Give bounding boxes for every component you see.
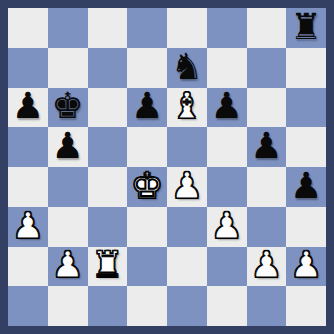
square-d1[interactable] <box>127 286 167 326</box>
piece-white-pawn[interactable]: ♟ <box>210 208 242 244</box>
piece-white-pawn[interactable]: ♟ <box>51 247 83 283</box>
square-g5[interactable]: ♟ <box>247 127 287 167</box>
square-f3[interactable]: ♟ <box>207 207 247 247</box>
square-f7[interactable] <box>207 48 247 88</box>
square-e4[interactable]: ♟ <box>167 167 207 207</box>
square-c8[interactable] <box>88 8 128 48</box>
square-a8[interactable] <box>8 8 48 48</box>
square-b7[interactable] <box>48 48 88 88</box>
piece-white-pawn[interactable]: ♟ <box>12 208 44 244</box>
square-b5[interactable]: ♟ <box>48 127 88 167</box>
square-a3[interactable]: ♟ <box>8 207 48 247</box>
square-f8[interactable] <box>207 8 247 48</box>
square-a7[interactable] <box>8 48 48 88</box>
square-e6[interactable]: ♝ <box>167 88 207 128</box>
square-d7[interactable] <box>127 48 167 88</box>
piece-black-king[interactable]: ♚ <box>51 88 83 124</box>
piece-black-knight[interactable]: ♞ <box>171 49 203 85</box>
chessboard-frame: ♜♞♟♚♟♝♟♟♟♚♟♟♟♟♟♜♟♟ <box>0 0 334 334</box>
piece-black-rook[interactable]: ♜ <box>290 9 322 45</box>
square-g4[interactable] <box>247 167 287 207</box>
square-h4[interactable]: ♟ <box>286 167 326 207</box>
square-b2[interactable]: ♟ <box>48 247 88 287</box>
square-h2[interactable]: ♟ <box>286 247 326 287</box>
square-f1[interactable] <box>207 286 247 326</box>
square-g3[interactable] <box>247 207 287 247</box>
square-g6[interactable] <box>247 88 287 128</box>
square-e2[interactable] <box>167 247 207 287</box>
piece-white-king[interactable]: ♚ <box>131 168 163 204</box>
square-a1[interactable] <box>8 286 48 326</box>
square-b3[interactable] <box>48 207 88 247</box>
square-c5[interactable] <box>88 127 128 167</box>
square-c2[interactable]: ♜ <box>88 247 128 287</box>
square-h8[interactable]: ♜ <box>286 8 326 48</box>
square-c1[interactable] <box>88 286 128 326</box>
chessboard: ♜♞♟♚♟♝♟♟♟♚♟♟♟♟♟♜♟♟ <box>8 8 326 326</box>
piece-black-pawn[interactable]: ♟ <box>290 168 322 204</box>
square-e1[interactable] <box>167 286 207 326</box>
square-b1[interactable] <box>48 286 88 326</box>
square-d5[interactable] <box>127 127 167 167</box>
square-g1[interactable] <box>247 286 287 326</box>
square-b8[interactable] <box>48 8 88 48</box>
square-a5[interactable] <box>8 127 48 167</box>
piece-white-pawn[interactable]: ♟ <box>290 247 322 283</box>
square-f2[interactable] <box>207 247 247 287</box>
square-d2[interactable] <box>127 247 167 287</box>
square-b6[interactable]: ♚ <box>48 88 88 128</box>
square-c3[interactable] <box>88 207 128 247</box>
piece-white-pawn[interactable]: ♟ <box>250 247 282 283</box>
piece-black-pawn[interactable]: ♟ <box>250 128 282 164</box>
piece-white-rook[interactable]: ♜ <box>91 247 123 283</box>
square-h7[interactable] <box>286 48 326 88</box>
square-c4[interactable] <box>88 167 128 207</box>
square-a4[interactable] <box>8 167 48 207</box>
piece-black-pawn[interactable]: ♟ <box>51 128 83 164</box>
square-a2[interactable] <box>8 247 48 287</box>
square-g2[interactable]: ♟ <box>247 247 287 287</box>
square-f4[interactable] <box>207 167 247 207</box>
square-g7[interactable] <box>247 48 287 88</box>
square-h1[interactable] <box>286 286 326 326</box>
piece-white-pawn[interactable]: ♟ <box>171 168 203 204</box>
square-e5[interactable] <box>167 127 207 167</box>
square-h6[interactable] <box>286 88 326 128</box>
square-e3[interactable] <box>167 207 207 247</box>
piece-white-bishop[interactable]: ♝ <box>171 88 203 124</box>
square-b4[interactable] <box>48 167 88 207</box>
square-g8[interactable] <box>247 8 287 48</box>
square-d6[interactable]: ♟ <box>127 88 167 128</box>
piece-black-pawn[interactable]: ♟ <box>131 88 163 124</box>
square-c6[interactable] <box>88 88 128 128</box>
square-d3[interactable] <box>127 207 167 247</box>
piece-black-pawn[interactable]: ♟ <box>12 88 44 124</box>
square-a6[interactable]: ♟ <box>8 88 48 128</box>
piece-black-pawn[interactable]: ♟ <box>210 88 242 124</box>
square-e7[interactable]: ♞ <box>167 48 207 88</box>
square-h3[interactable] <box>286 207 326 247</box>
square-f5[interactable] <box>207 127 247 167</box>
square-e8[interactable] <box>167 8 207 48</box>
square-d4[interactable]: ♚ <box>127 167 167 207</box>
square-h5[interactable] <box>286 127 326 167</box>
chessboard-border: ♜♞♟♚♟♝♟♟♟♚♟♟♟♟♟♜♟♟ <box>0 0 334 334</box>
square-f6[interactable]: ♟ <box>207 88 247 128</box>
square-d8[interactable] <box>127 8 167 48</box>
square-c7[interactable] <box>88 48 128 88</box>
